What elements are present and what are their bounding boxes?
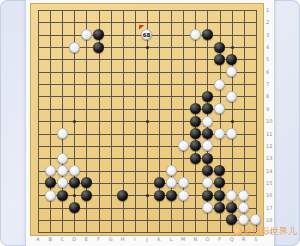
black-stone-O14[interactable] bbox=[202, 165, 213, 176]
row-label-4: 4 bbox=[266, 44, 274, 50]
white-stone-P11[interactable] bbox=[214, 128, 225, 139]
white-stone-M16[interactable] bbox=[178, 190, 189, 201]
column-label-O: O bbox=[203, 236, 211, 242]
white-stone-C15[interactable] bbox=[57, 177, 68, 188]
column-label-B: B bbox=[46, 236, 54, 242]
star-point bbox=[73, 120, 76, 123]
white-stone-D14[interactable] bbox=[69, 165, 80, 176]
black-stone-H16[interactable] bbox=[117, 190, 128, 201]
black-stone-P14[interactable] bbox=[214, 165, 225, 176]
row-label-10: 10 bbox=[266, 118, 274, 124]
black-stone-C16[interactable] bbox=[57, 190, 68, 201]
black-stone-B15[interactable] bbox=[45, 177, 56, 188]
black-stone-N12[interactable] bbox=[190, 140, 201, 151]
column-label-E: E bbox=[82, 236, 90, 242]
board-panel: 68 ABCDEFGHIJKLMNOPQRS 12345678910111213… bbox=[26, 0, 274, 246]
white-stone-S18[interactable] bbox=[250, 214, 261, 225]
white-stone-R16[interactable] bbox=[238, 190, 249, 201]
go-board[interactable]: 68 bbox=[30, 3, 264, 236]
white-stone-C13[interactable] bbox=[57, 153, 68, 164]
black-stone-N13[interactable] bbox=[190, 153, 201, 164]
white-stone-J3[interactable]: 68 bbox=[141, 29, 152, 40]
black-stone-E16[interactable] bbox=[81, 190, 92, 201]
row-label-16: 16 bbox=[266, 192, 274, 198]
black-stone-O16[interactable] bbox=[202, 190, 213, 201]
white-stone-N3[interactable] bbox=[190, 29, 201, 40]
black-stone-P5[interactable] bbox=[214, 54, 225, 65]
watermark: 超日影世界儿 bbox=[234, 225, 297, 238]
row-label-6: 6 bbox=[266, 69, 274, 75]
row-label-15: 15 bbox=[266, 180, 274, 186]
column-label-C: C bbox=[58, 236, 66, 242]
white-stone-O10[interactable] bbox=[202, 116, 213, 127]
grid-line bbox=[38, 146, 256, 147]
star-point bbox=[231, 120, 234, 123]
star-point bbox=[73, 194, 76, 197]
black-stone-O3[interactable] bbox=[202, 29, 213, 40]
black-stone-N11[interactable] bbox=[190, 128, 201, 139]
black-stone-P16[interactable] bbox=[214, 190, 225, 201]
column-label-F: F bbox=[95, 236, 103, 242]
row-label-1: 1 bbox=[266, 7, 274, 13]
column-label-D: D bbox=[70, 236, 78, 242]
row-label-12: 12 bbox=[266, 143, 274, 149]
white-stone-B16[interactable] bbox=[45, 190, 56, 201]
grid-line bbox=[38, 220, 256, 221]
white-stone-C11[interactable] bbox=[57, 128, 68, 139]
black-stone-Q5[interactable] bbox=[226, 54, 237, 65]
white-stone-P9[interactable] bbox=[214, 103, 225, 114]
black-stone-P15[interactable] bbox=[214, 177, 225, 188]
white-stone-L14[interactable] bbox=[166, 165, 177, 176]
star-point bbox=[146, 120, 149, 123]
watermark-logo-icon bbox=[234, 228, 242, 236]
black-stone-K16[interactable] bbox=[154, 190, 165, 201]
column-label-G: G bbox=[107, 236, 115, 242]
grid-line bbox=[256, 10, 257, 232]
star-point bbox=[146, 46, 149, 49]
grid-line bbox=[38, 10, 256, 11]
column-label-M: M bbox=[179, 236, 187, 242]
row-label-9: 9 bbox=[266, 106, 274, 112]
column-label-L: L bbox=[167, 236, 175, 242]
black-stone-O8[interactable] bbox=[202, 91, 213, 102]
black-stone-N9[interactable] bbox=[190, 103, 201, 114]
row-label-13: 13 bbox=[266, 155, 274, 161]
grid-line bbox=[38, 22, 256, 23]
row-label-18: 18 bbox=[266, 217, 274, 223]
black-stone-N10[interactable] bbox=[190, 116, 201, 127]
row-label-2: 2 bbox=[266, 19, 274, 25]
move-number-label: 68 bbox=[142, 30, 152, 40]
column-label-A: A bbox=[34, 236, 42, 242]
black-stone-P4[interactable] bbox=[214, 42, 225, 53]
white-stone-R18[interactable] bbox=[238, 214, 249, 225]
star-point bbox=[146, 194, 149, 197]
screenshot-frame: 68 ABCDEFGHIJKLMNOPQRS 12345678910111213… bbox=[0, 0, 300, 246]
black-stone-O9[interactable] bbox=[202, 103, 213, 114]
column-label-I: I bbox=[131, 236, 139, 242]
white-stone-L15[interactable] bbox=[166, 177, 177, 188]
white-stone-R17[interactable] bbox=[238, 202, 249, 213]
black-stone-D15[interactable] bbox=[69, 177, 80, 188]
row-label-5: 5 bbox=[266, 56, 274, 62]
white-stone-M12[interactable] bbox=[178, 140, 189, 151]
grid-line bbox=[38, 72, 256, 73]
black-stone-O13[interactable] bbox=[202, 153, 213, 164]
grid-line bbox=[38, 158, 256, 159]
row-label-8: 8 bbox=[266, 93, 274, 99]
black-stone-Q17[interactable] bbox=[226, 202, 237, 213]
star-point bbox=[231, 46, 234, 49]
row-label-17: 17 bbox=[266, 205, 274, 211]
white-stone-O15[interactable] bbox=[202, 177, 213, 188]
white-stone-O17[interactable] bbox=[202, 202, 213, 213]
black-stone-F3[interactable] bbox=[93, 29, 104, 40]
white-stone-C14[interactable] bbox=[57, 165, 68, 176]
column-label-H: H bbox=[119, 236, 127, 242]
black-stone-E15[interactable] bbox=[81, 177, 92, 188]
white-stone-M15[interactable] bbox=[178, 177, 189, 188]
row-label-14: 14 bbox=[266, 168, 274, 174]
white-stone-Q11[interactable] bbox=[226, 128, 237, 139]
column-label-K: K bbox=[155, 236, 163, 242]
white-stone-B14[interactable] bbox=[45, 165, 56, 176]
row-label-7: 7 bbox=[266, 81, 274, 87]
black-stone-K15[interactable] bbox=[154, 177, 165, 188]
column-label-P: P bbox=[216, 236, 224, 242]
black-stone-Q18[interactable] bbox=[226, 214, 237, 225]
black-stone-F4[interactable] bbox=[93, 42, 104, 53]
white-stone-D4[interactable] bbox=[69, 42, 80, 53]
white-stone-Q16[interactable] bbox=[226, 190, 237, 201]
white-stone-E3[interactable] bbox=[81, 29, 92, 40]
white-stone-O12[interactable] bbox=[202, 140, 213, 151]
row-label-11: 11 bbox=[266, 131, 274, 137]
column-label-N: N bbox=[191, 236, 199, 242]
row-label-3: 3 bbox=[266, 32, 274, 38]
watermark-text: 超日影世界儿 bbox=[243, 226, 297, 236]
black-stone-L16[interactable] bbox=[166, 190, 177, 201]
white-stone-P7[interactable] bbox=[214, 79, 225, 90]
black-stone-P17[interactable] bbox=[214, 202, 225, 213]
column-label-J: J bbox=[143, 236, 151, 242]
black-stone-O11[interactable] bbox=[202, 128, 213, 139]
grid-line bbox=[38, 232, 256, 233]
grid-line bbox=[38, 96, 256, 97]
black-stone-D17[interactable] bbox=[69, 202, 80, 213]
white-stone-Q8[interactable] bbox=[226, 91, 237, 102]
white-stone-Q6[interactable] bbox=[226, 66, 237, 77]
